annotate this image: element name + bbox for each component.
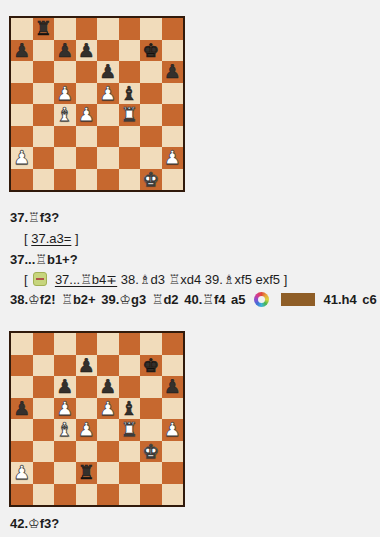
square-b2[interactable] (33, 147, 55, 169)
square-f5[interactable]: ♝ (119, 398, 141, 420)
square-e1[interactable] (97, 484, 119, 506)
square-h5[interactable] (162, 83, 184, 105)
square-g5[interactable] (140, 83, 162, 105)
square-h3[interactable] (162, 441, 184, 463)
black-pawn[interactable]: ♟ (164, 62, 181, 81)
square-d1[interactable] (76, 484, 98, 506)
square-h4[interactable] (162, 104, 184, 126)
square-f6[interactable] (119, 376, 141, 398)
square-g5[interactable] (140, 398, 162, 420)
white-bishop[interactable]: ♝ (56, 105, 73, 124)
annotation-line-variation-37a3: [ 37.a3= ] (24, 231, 79, 247)
chess-board-diagram-2: ♟♚♟♟♟♟♟♟♝♝♟♜♟♚♟♜ (9, 331, 185, 507)
white-rook[interactable]: ♜ (121, 420, 138, 439)
move-42-kf3[interactable]: 42.♔f3? (10, 516, 59, 531)
square-b3[interactable] (33, 441, 55, 463)
square-a3[interactable] (11, 441, 33, 463)
square-d4[interactable]: ♟ (76, 419, 98, 441)
square-d3[interactable] (76, 126, 98, 148)
white-pawn[interactable]: ♟ (99, 84, 116, 103)
square-a4[interactable] (11, 419, 33, 441)
square-c3[interactable] (54, 126, 76, 148)
square-e7[interactable] (97, 355, 119, 377)
black-rook[interactable]: ♜ (35, 19, 52, 38)
square-f3[interactable] (119, 441, 141, 463)
bracket-close: ] (284, 272, 288, 287)
square-d4[interactable]: ♟ (76, 104, 98, 126)
square-e5[interactable]: ♟ (97, 83, 119, 105)
annotation-line-variation-37-rb4: [ 37...♖b4∓ 38.♗d3 ♖xd4 39.♗xf5 exf5 ] (24, 272, 287, 288)
square-b4[interactable] (33, 419, 55, 441)
square-h1[interactable] (162, 484, 184, 506)
square-c8[interactable] (54, 18, 76, 40)
square-a7[interactable] (11, 355, 33, 377)
square-b8[interactable] (33, 333, 55, 355)
annotation-line-mainline-38-41: 38.♔f2! ♖b2+ 39.♔g3 ♖d2 40.♖f4 a5 41.h4 … (10, 292, 377, 308)
square-d7[interactable]: ♟ (76, 355, 98, 377)
square-g2[interactable] (140, 462, 162, 484)
square-e6[interactable]: ♟ (97, 376, 119, 398)
square-f8[interactable] (119, 18, 141, 40)
square-h3[interactable] (162, 126, 184, 148)
minus-eval-badge-icon (33, 272, 47, 286)
square-c4[interactable]: ♝ (54, 419, 76, 441)
square-d5[interactable] (76, 83, 98, 105)
square-g8[interactable] (140, 333, 162, 355)
square-d8[interactable] (76, 333, 98, 355)
square-g7[interactable]: ♚ (140, 40, 162, 62)
square-c6[interactable]: ♟ (54, 376, 76, 398)
square-d7[interactable]: ♟ (76, 40, 98, 62)
brown-swatch-icon (281, 293, 315, 306)
square-h7[interactable] (162, 40, 184, 62)
square-a2[interactable]: ♟ (11, 462, 33, 484)
square-d6[interactable] (76, 61, 98, 83)
bracket-close: ] (75, 231, 79, 246)
move-37-rb1-check[interactable]: 37...♖b1+? (10, 252, 78, 267)
square-d5[interactable] (76, 398, 98, 420)
annotation-line-mainline-42: 42.♔f3? (10, 516, 59, 532)
white-pawn[interactable]: ♟ (56, 399, 73, 418)
square-f5[interactable]: ♝ (119, 83, 141, 105)
variation-link-37-rb4[interactable]: 37...♖b4∓ (55, 272, 117, 287)
square-b6[interactable] (33, 376, 55, 398)
white-pawn[interactable]: ♟ (78, 105, 95, 124)
square-a4[interactable] (11, 104, 33, 126)
square-e7[interactable] (97, 40, 119, 62)
square-c1[interactable] (54, 484, 76, 506)
bracket-open: [ (24, 272, 28, 287)
square-g1[interactable]: ♚ (140, 169, 162, 191)
square-f6[interactable] (119, 61, 141, 83)
white-rook[interactable]: ♜ (121, 105, 138, 124)
square-f4[interactable]: ♜ (119, 419, 141, 441)
square-c5[interactable]: ♟ (54, 398, 76, 420)
square-d2[interactable]: ♜ (76, 462, 98, 484)
square-a6[interactable] (11, 61, 33, 83)
white-pawn[interactable]: ♟ (99, 399, 116, 418)
square-f4[interactable]: ♜ (119, 104, 141, 126)
square-a5[interactable] (11, 83, 33, 105)
square-e2[interactable] (97, 147, 119, 169)
white-pawn[interactable]: ♟ (13, 148, 30, 167)
white-pawn[interactable]: ♟ (78, 420, 95, 439)
square-c8[interactable] (54, 333, 76, 355)
black-pawn[interactable]: ♟ (99, 377, 116, 396)
square-g8[interactable] (140, 18, 162, 40)
chess-board-diagram-1: ♜♟♟♟♚♟♟♟♟♝♝♟♜♟♟♚ (9, 16, 185, 192)
square-b3[interactable] (33, 126, 55, 148)
square-d6[interactable] (76, 376, 98, 398)
square-d1[interactable] (76, 169, 98, 191)
white-bishop[interactable]: ♝ (56, 420, 73, 439)
square-a8[interactable] (11, 333, 33, 355)
square-e3[interactable] (97, 441, 119, 463)
square-g4[interactable] (140, 419, 162, 441)
black-pawn[interactable]: ♟ (78, 356, 95, 375)
square-c4[interactable]: ♝ (54, 104, 76, 126)
black-pawn[interactable]: ♟ (56, 377, 73, 396)
square-h2[interactable] (162, 462, 184, 484)
square-c7[interactable] (54, 355, 76, 377)
annotation-line-mainline-37-black: 37...♖b1+? (10, 252, 78, 268)
black-pawn[interactable]: ♟ (13, 41, 30, 60)
white-king[interactable]: ♚ (142, 170, 159, 189)
black-pawn[interactable]: ♟ (164, 377, 181, 396)
square-f2[interactable] (119, 462, 141, 484)
square-d8[interactable] (76, 18, 98, 40)
square-h8[interactable] (162, 18, 184, 40)
square-e1[interactable] (97, 169, 119, 191)
square-h6[interactable]: ♟ (162, 376, 184, 398)
white-pawn[interactable]: ♟ (164, 148, 181, 167)
square-e3[interactable] (97, 126, 119, 148)
square-f1[interactable] (119, 169, 141, 191)
black-pawn[interactable]: ♟ (13, 399, 30, 418)
square-h6[interactable]: ♟ (162, 61, 184, 83)
annotation-line-mainline-37-white: 37.♖f3? (10, 210, 59, 226)
white-pawn[interactable]: ♟ (164, 420, 181, 439)
square-b7[interactable] (33, 355, 55, 377)
square-b1[interactable] (33, 484, 55, 506)
square-c1[interactable] (54, 169, 76, 191)
square-d3[interactable] (76, 441, 98, 463)
square-a2[interactable]: ♟ (11, 147, 33, 169)
square-a7[interactable]: ♟ (11, 40, 33, 62)
square-g4[interactable] (140, 104, 162, 126)
square-e8[interactable] (97, 333, 119, 355)
square-b1[interactable] (33, 169, 55, 191)
bracket-open: [ (24, 231, 28, 246)
square-b7[interactable] (33, 40, 55, 62)
square-g6[interactable] (140, 376, 162, 398)
square-b4[interactable] (33, 104, 55, 126)
moves-38-to-40[interactable]: 38.♔f2! ♖b2+ 39.♔g3 ♖d2 40.♖f4 a5 (10, 292, 246, 307)
black-rook[interactable]: ♜ (78, 463, 95, 482)
square-e2[interactable] (97, 462, 119, 484)
square-h1[interactable] (162, 169, 184, 191)
square-b6[interactable] (33, 61, 55, 83)
square-f8[interactable] (119, 333, 141, 355)
square-e4[interactable] (97, 419, 119, 441)
square-c3[interactable] (54, 441, 76, 463)
square-a5[interactable]: ♟ (11, 398, 33, 420)
square-h8[interactable] (162, 333, 184, 355)
moves-41[interactable]: 41.h4 c6 (323, 292, 376, 307)
variation-moves-38-39[interactable]: 38.♗d3 ♖xd4 39.♗xf5 exf5 (121, 272, 280, 287)
black-king[interactable]: ♚ (142, 41, 159, 60)
square-g3[interactable]: ♚ (140, 441, 162, 463)
black-pawn[interactable]: ♟ (99, 62, 116, 81)
square-d2[interactable] (76, 147, 98, 169)
white-king[interactable]: ♚ (142, 442, 159, 461)
square-e8[interactable] (97, 18, 119, 40)
square-a1[interactable] (11, 169, 33, 191)
square-h5[interactable] (162, 398, 184, 420)
square-b8[interactable]: ♜ (33, 18, 55, 40)
variation-link-37-a3[interactable]: 37.a3= (31, 231, 71, 246)
square-b5[interactable] (33, 398, 55, 420)
square-f7[interactable] (119, 40, 141, 62)
square-h7[interactable] (162, 355, 184, 377)
square-a8[interactable] (11, 18, 33, 40)
color-ring-icon (254, 292, 269, 307)
square-c2[interactable] (54, 462, 76, 484)
square-h4[interactable]: ♟ (162, 419, 184, 441)
white-pawn[interactable]: ♟ (56, 84, 73, 103)
square-b5[interactable] (33, 83, 55, 105)
square-a3[interactable] (11, 126, 33, 148)
square-b2[interactable] (33, 462, 55, 484)
square-a1[interactable] (11, 484, 33, 506)
square-h2[interactable]: ♟ (162, 147, 184, 169)
square-f3[interactable] (119, 126, 141, 148)
square-g7[interactable]: ♚ (140, 355, 162, 377)
square-e6[interactable]: ♟ (97, 61, 119, 83)
square-a6[interactable] (11, 376, 33, 398)
black-bishop[interactable]: ♝ (121, 84, 138, 103)
black-pawn[interactable]: ♟ (56, 41, 73, 60)
square-f1[interactable] (119, 484, 141, 506)
square-g1[interactable] (140, 484, 162, 506)
square-c5[interactable]: ♟ (54, 83, 76, 105)
square-f2[interactable] (119, 147, 141, 169)
black-bishop[interactable]: ♝ (121, 399, 138, 418)
square-c2[interactable] (54, 147, 76, 169)
square-f7[interactable] (119, 355, 141, 377)
square-g3[interactable] (140, 126, 162, 148)
square-e5[interactable]: ♟ (97, 398, 119, 420)
black-pawn[interactable]: ♟ (78, 41, 95, 60)
square-e4[interactable] (97, 104, 119, 126)
black-king[interactable]: ♚ (142, 356, 159, 375)
square-g6[interactable] (140, 61, 162, 83)
square-c7[interactable]: ♟ (54, 40, 76, 62)
white-pawn[interactable]: ♟ (13, 463, 30, 482)
move-37-rf3[interactable]: 37.♖f3? (10, 210, 59, 225)
square-g2[interactable] (140, 147, 162, 169)
square-c6[interactable] (54, 61, 76, 83)
